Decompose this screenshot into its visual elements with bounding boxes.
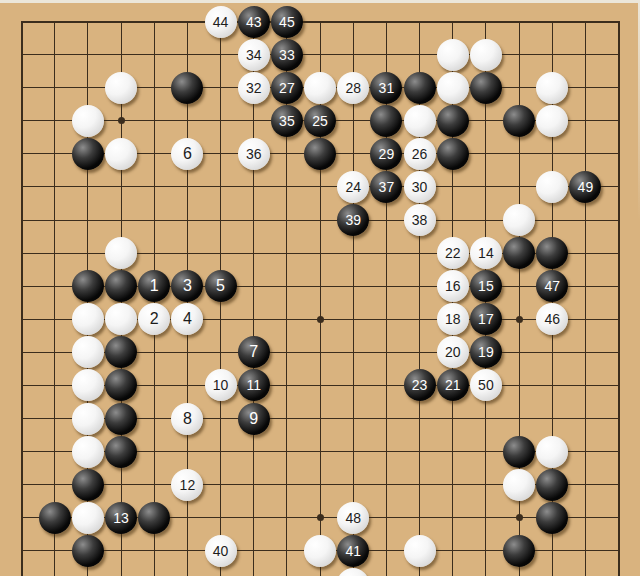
white-stone: 44 [205,6,237,38]
black-stone [72,138,104,170]
black-stone: 35 [271,105,303,137]
grid-line-vertical [320,21,321,576]
black-stone: 1 [138,270,170,302]
white-stone [72,303,104,335]
move-number: 32 [246,81,262,95]
white-stone [72,369,104,401]
go-board[interactable]: 4443453433322728313525636292624373049393… [0,0,640,576]
move-number: 8 [183,411,192,427]
move-number: 48 [345,511,361,525]
black-stone: 19 [470,336,502,368]
move-number: 38 [412,213,428,227]
move-number: 15 [478,279,494,293]
white-stone: 50 [470,369,502,401]
move-number: 31 [379,81,395,95]
black-stone [105,403,137,435]
black-stone [536,502,568,534]
black-stone [503,237,535,269]
black-stone [503,535,535,567]
white-stone: 32 [238,72,270,104]
move-number: 1 [150,278,159,294]
black-stone [72,469,104,501]
white-stone: 14 [470,237,502,269]
white-stone [105,138,137,170]
move-number: 17 [478,312,494,326]
move-number: 40 [213,544,229,558]
white-stone [437,72,469,104]
move-number: 14 [478,246,494,260]
move-number: 47 [544,279,560,293]
star-point [317,316,324,323]
grid-line-vertical [353,21,354,576]
black-stone: 11 [238,369,270,401]
star-point [118,117,125,124]
black-stone [72,535,104,567]
move-number: 27 [279,81,295,95]
black-stone [105,270,137,302]
grid-line-vertical [386,21,387,576]
move-number: 11 [246,378,261,392]
white-stone: 16 [437,270,469,302]
black-stone: 5 [205,270,237,302]
move-number: 4 [183,311,192,327]
black-stone: 37 [370,171,402,203]
black-stone [138,502,170,534]
move-number: 16 [445,279,461,293]
black-stone: 31 [370,72,402,104]
white-stone [304,72,336,104]
white-stone [470,39,502,71]
black-stone: 9 [238,403,270,435]
white-stone [72,436,104,468]
black-stone [304,138,336,170]
black-stone: 39 [337,204,369,236]
black-stone: 49 [569,171,601,203]
move-number: 45 [279,15,295,29]
white-stone [72,336,104,368]
move-number: 46 [544,312,560,326]
black-stone: 13 [105,502,137,534]
white-stone: 20 [437,336,469,368]
white-stone [536,72,568,104]
move-number: 43 [246,15,262,29]
white-stone [404,105,436,137]
move-number: 41 [345,544,361,558]
move-number: 39 [345,213,361,227]
black-stone [503,436,535,468]
move-number: 13 [113,511,129,525]
move-number: 28 [345,81,361,95]
move-number: 2 [150,311,159,327]
black-stone: 17 [470,303,502,335]
white-stone: 36 [238,138,270,170]
white-stone [536,436,568,468]
white-stone [304,535,336,567]
white-stone [503,204,535,236]
move-number: 35 [279,114,295,128]
move-number: 6 [183,146,192,162]
white-stone [105,72,137,104]
black-stone: 45 [271,6,303,38]
black-stone [39,502,71,534]
move-number: 37 [379,180,395,194]
move-number: 5 [216,278,225,294]
move-number: 29 [379,147,395,161]
grid-line-vertical [21,21,23,576]
black-stone: 3 [171,270,203,302]
move-number: 18 [445,312,461,326]
white-stone: 40 [205,535,237,567]
white-stone: 38 [404,204,436,236]
black-stone [370,105,402,137]
white-stone [105,303,137,335]
black-stone [503,105,535,137]
black-stone [105,436,137,468]
move-number: 34 [246,48,262,62]
white-stone [72,403,104,435]
white-stone: 2 [138,303,170,335]
white-stone: 34 [238,39,270,71]
move-number: 23 [412,378,428,392]
white-stone [72,105,104,137]
move-number: 36 [246,147,262,161]
move-number: 49 [578,180,594,194]
white-stone: 26 [404,138,436,170]
white-stone [536,105,568,137]
grid-line-vertical [419,21,420,576]
white-stone: 28 [337,72,369,104]
move-number: 26 [412,147,428,161]
white-stone: 8 [171,403,203,435]
grid-line-vertical [585,21,586,576]
black-stone: 23 [404,369,436,401]
star-point [516,514,523,521]
black-stone [105,369,137,401]
grid-line-vertical [54,21,55,576]
black-stone [72,270,104,302]
move-number: 44 [213,15,229,29]
white-stone [337,568,369,576]
grid-line-horizontal [21,54,620,55]
black-stone [536,469,568,501]
black-stone [437,105,469,137]
move-number: 24 [345,180,361,194]
move-number: 50 [478,378,494,392]
black-stone: 7 [238,336,270,368]
black-stone [470,72,502,104]
black-stone: 25 [304,105,336,137]
white-stone [503,469,535,501]
black-stone: 43 [238,6,270,38]
white-stone: 48 [337,502,369,534]
white-stone [437,39,469,71]
grid-line-horizontal [21,186,620,187]
black-stone: 29 [370,138,402,170]
grid-line-vertical [253,21,254,576]
white-stone [105,237,137,269]
white-stone: 12 [171,469,203,501]
black-stone: 15 [470,270,502,302]
black-stone: 21 [437,369,469,401]
move-number: 21 [445,378,461,392]
black-stone: 47 [536,270,568,302]
black-stone: 41 [337,535,369,567]
move-number: 33 [279,48,295,62]
black-stone [105,336,137,368]
black-stone: 27 [271,72,303,104]
white-stone [536,171,568,203]
star-point [317,514,324,521]
move-number: 12 [180,478,196,492]
move-number: 30 [412,180,428,194]
white-stone [72,502,104,534]
white-stone [404,535,436,567]
grid-line-vertical [286,21,287,576]
go-board-screenshot: 4443453433322728313525636292624373049393… [0,0,640,576]
black-stone [437,138,469,170]
grid-line-horizontal [21,21,620,23]
white-stone: 46 [536,303,568,335]
move-number: 22 [445,246,461,260]
move-number: 25 [312,114,328,128]
black-stone [536,237,568,269]
white-stone: 6 [171,138,203,170]
move-number: 10 [213,378,229,392]
black-stone [171,72,203,104]
board-top-edge-highlight [0,0,640,3]
white-stone: 4 [171,303,203,335]
white-stone: 24 [337,171,369,203]
star-point [516,316,523,323]
move-number: 19 [478,345,494,359]
black-stone [404,72,436,104]
white-stone: 30 [404,171,436,203]
black-stone: 33 [271,39,303,71]
move-number: 9 [249,411,258,427]
move-number: 20 [445,345,461,359]
move-number: 7 [249,344,258,360]
white-stone: 22 [437,237,469,269]
white-stone: 10 [205,369,237,401]
grid-line-vertical [618,21,620,576]
white-stone: 18 [437,303,469,335]
move-number: 3 [183,278,192,294]
